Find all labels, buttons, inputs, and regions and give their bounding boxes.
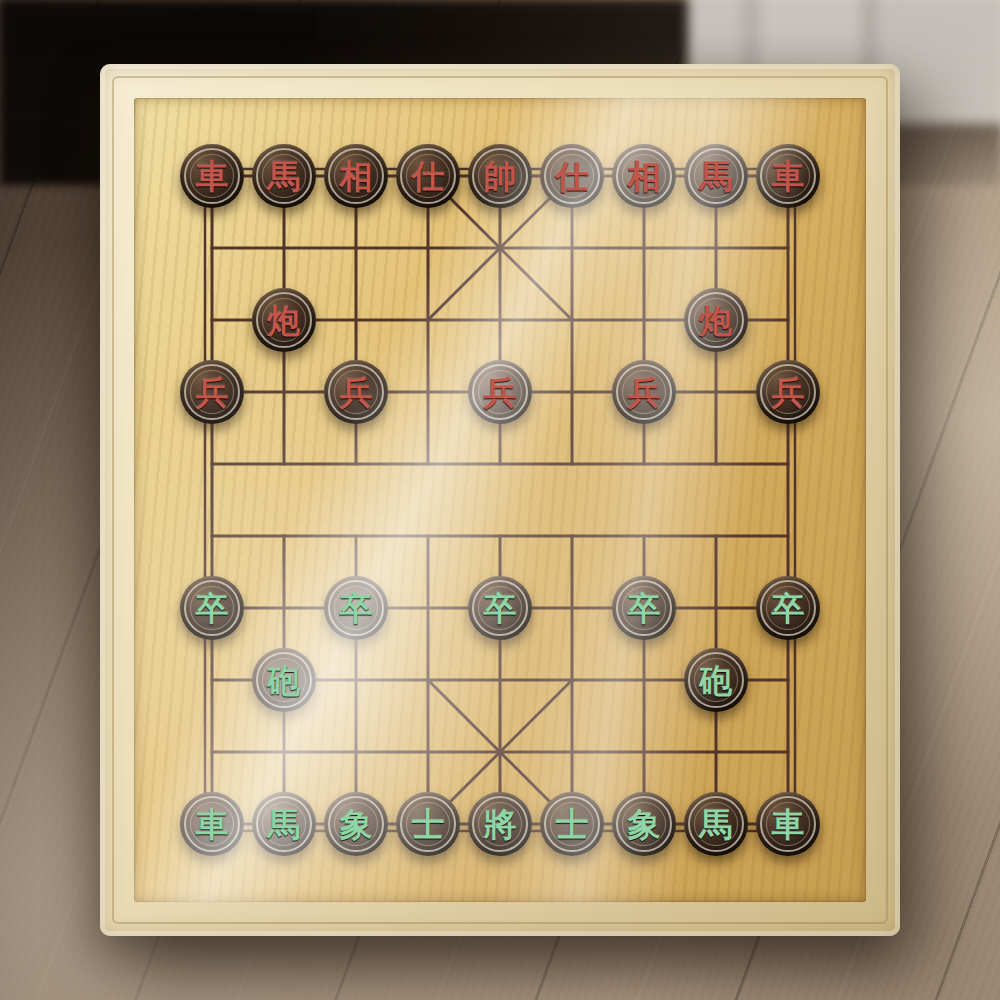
piece-character: 卒 xyxy=(340,592,373,625)
red-soldier-i7[interactable]: 兵 xyxy=(756,360,820,424)
green-general-e1[interactable]: 將 xyxy=(468,792,532,856)
piece-character: 相 xyxy=(628,160,661,193)
piece-character: 將 xyxy=(484,808,517,841)
red-chariot-i10[interactable]: 車 xyxy=(756,144,820,208)
piece-character: 車 xyxy=(772,808,805,841)
green-chariot-a1[interactable]: 車 xyxy=(180,792,244,856)
green-elephant-g1[interactable]: 象 xyxy=(612,792,676,856)
piece-character: 士 xyxy=(556,808,589,841)
piece-character: 兵 xyxy=(628,376,661,409)
piece-character: 仕 xyxy=(556,160,589,193)
red-soldier-a7[interactable]: 兵 xyxy=(180,360,244,424)
green-chariot-i1[interactable]: 車 xyxy=(756,792,820,856)
piece-character: 仕 xyxy=(412,160,445,193)
piece-character: 帥 xyxy=(484,160,517,193)
piece-character: 車 xyxy=(196,808,229,841)
piece-character: 兵 xyxy=(196,376,229,409)
piece-character: 卒 xyxy=(196,592,229,625)
green-cannon-b3[interactable]: 砲 xyxy=(252,648,316,712)
red-horse-b10[interactable]: 馬 xyxy=(252,144,316,208)
piece-character: 砲 xyxy=(268,664,301,697)
piece-character: 砲 xyxy=(700,664,733,697)
red-soldier-g7[interactable]: 兵 xyxy=(612,360,676,424)
piece-character: 卒 xyxy=(628,592,661,625)
xiangqi-board: 車馬相仕帥仕相馬車炮炮兵兵兵兵兵卒卒卒卒卒砲砲車馬象士將士象馬車 xyxy=(134,98,866,902)
green-horse-h1[interactable]: 馬 xyxy=(684,792,748,856)
piece-character: 炮 xyxy=(268,304,301,337)
piece-character: 馬 xyxy=(700,808,733,841)
piece-character: 馬 xyxy=(700,160,733,193)
piece-character: 馬 xyxy=(268,160,301,193)
green-horse-b1[interactable]: 馬 xyxy=(252,792,316,856)
board-frame: 車馬相仕帥仕相馬車炮炮兵兵兵兵兵卒卒卒卒卒砲砲車馬象士將士象馬車 xyxy=(100,64,900,936)
piece-character: 卒 xyxy=(772,592,805,625)
piece-character: 炮 xyxy=(700,304,733,337)
red-advisor-d10[interactable]: 仕 xyxy=(396,144,460,208)
piece-character: 車 xyxy=(196,160,229,193)
red-general-e10[interactable]: 帥 xyxy=(468,144,532,208)
green-soldier-i4[interactable]: 卒 xyxy=(756,576,820,640)
green-soldier-a4[interactable]: 卒 xyxy=(180,576,244,640)
red-soldier-e7[interactable]: 兵 xyxy=(468,360,532,424)
green-advisor-f1[interactable]: 士 xyxy=(540,792,604,856)
green-cannon-h3[interactable]: 砲 xyxy=(684,648,748,712)
red-cannon-h8[interactable]: 炮 xyxy=(684,288,748,352)
piece-character: 馬 xyxy=(268,808,301,841)
green-soldier-e4[interactable]: 卒 xyxy=(468,576,532,640)
red-cannon-b8[interactable]: 炮 xyxy=(252,288,316,352)
red-advisor-f10[interactable]: 仕 xyxy=(540,144,604,208)
piece-character: 車 xyxy=(772,160,805,193)
green-advisor-d1[interactable]: 士 xyxy=(396,792,460,856)
red-elephant-c10[interactable]: 相 xyxy=(324,144,388,208)
green-soldier-c4[interactable]: 卒 xyxy=(324,576,388,640)
board-grid: 車馬相仕帥仕相馬車炮炮兵兵兵兵兵卒卒卒卒卒砲砲車馬象士將士象馬車 xyxy=(176,140,824,860)
green-soldier-g4[interactable]: 卒 xyxy=(612,576,676,640)
piece-character: 兵 xyxy=(484,376,517,409)
piece-character: 士 xyxy=(412,808,445,841)
red-horse-h10[interactable]: 馬 xyxy=(684,144,748,208)
red-chariot-a10[interactable]: 車 xyxy=(180,144,244,208)
piece-character: 相 xyxy=(340,160,373,193)
red-soldier-c7[interactable]: 兵 xyxy=(324,360,388,424)
piece-character: 兵 xyxy=(340,376,373,409)
piece-character: 卒 xyxy=(484,592,517,625)
piece-character: 兵 xyxy=(772,376,805,409)
red-elephant-g10[interactable]: 相 xyxy=(612,144,676,208)
piece-character: 象 xyxy=(628,808,661,841)
scene: 車馬相仕帥仕相馬車炮炮兵兵兵兵兵卒卒卒卒卒砲砲車馬象士將士象馬車 xyxy=(0,0,1000,1000)
green-elephant-c1[interactable]: 象 xyxy=(324,792,388,856)
piece-character: 象 xyxy=(340,808,373,841)
